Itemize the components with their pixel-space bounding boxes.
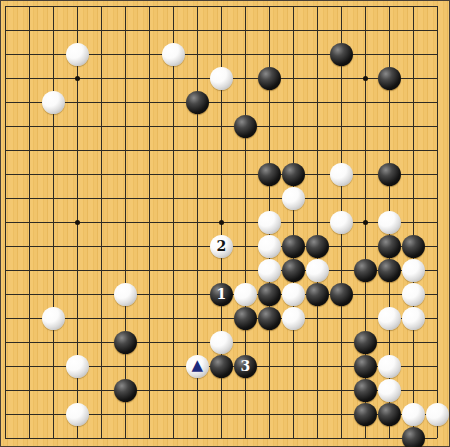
- grid-line-vertical: [317, 6, 318, 439]
- stone-black[interactable]: [114, 331, 137, 354]
- stone-black[interactable]: [234, 115, 257, 138]
- stone-white[interactable]: [258, 235, 281, 258]
- stone-white[interactable]: [66, 43, 89, 66]
- move-number-label: 3: [240, 359, 250, 373]
- stone-black[interactable]: [114, 379, 137, 402]
- star-point: [363, 220, 368, 225]
- stone-white[interactable]: [114, 283, 137, 306]
- star-point: [363, 76, 368, 81]
- stone-black[interactable]: 1: [210, 283, 233, 306]
- stone-black[interactable]: [378, 67, 401, 90]
- stone-white[interactable]: [210, 331, 233, 354]
- stone-black[interactable]: [282, 235, 305, 258]
- go-app-window: 21▲3: [0, 0, 450, 447]
- stone-white[interactable]: [426, 403, 449, 426]
- stone-black[interactable]: [402, 427, 425, 447]
- stone-white[interactable]: [234, 283, 257, 306]
- star-point: [75, 220, 80, 225]
- stone-white[interactable]: [402, 307, 425, 330]
- move-number-label: 2: [216, 239, 226, 253]
- stone-white[interactable]: [210, 67, 233, 90]
- stone-white[interactable]: [402, 259, 425, 282]
- stone-white[interactable]: [258, 259, 281, 282]
- stone-white[interactable]: [402, 403, 425, 426]
- stone-black[interactable]: [306, 283, 329, 306]
- stone-white[interactable]: 2: [210, 235, 233, 258]
- stone-black[interactable]: [210, 355, 233, 378]
- stone-black[interactable]: [330, 43, 353, 66]
- stone-black[interactable]: [330, 283, 353, 306]
- stone-white[interactable]: [282, 187, 305, 210]
- stone-black[interactable]: [282, 163, 305, 186]
- star-point: [219, 220, 224, 225]
- stone-black[interactable]: [354, 331, 377, 354]
- stone-black[interactable]: [378, 163, 401, 186]
- stone-black[interactable]: [402, 235, 425, 258]
- stone-white[interactable]: [378, 211, 401, 234]
- stone-black[interactable]: [354, 403, 377, 426]
- stone-black[interactable]: [258, 163, 281, 186]
- triangle-marker-icon: ▲: [191, 358, 203, 373]
- grid-line-horizontal: [5, 438, 438, 439]
- stone-white[interactable]: [330, 211, 353, 234]
- stone-white[interactable]: [42, 307, 65, 330]
- stone-black[interactable]: 3: [234, 355, 257, 378]
- stone-black[interactable]: [378, 235, 401, 258]
- grid-line-vertical: [437, 6, 438, 439]
- stone-white[interactable]: [306, 259, 329, 282]
- grid-line-vertical: [293, 6, 294, 439]
- stone-black[interactable]: [354, 259, 377, 282]
- stone-white[interactable]: [162, 43, 185, 66]
- move-number-label: 1: [216, 287, 226, 301]
- stone-white[interactable]: [66, 355, 89, 378]
- stone-white[interactable]: ▲: [186, 355, 209, 378]
- go-board[interactable]: 21▲3: [0, 0, 450, 447]
- stone-black[interactable]: [354, 355, 377, 378]
- stone-black[interactable]: [306, 235, 329, 258]
- grid-line-horizontal: [5, 318, 438, 319]
- star-point: [75, 76, 80, 81]
- stone-black[interactable]: [234, 307, 257, 330]
- stone-white[interactable]: [258, 211, 281, 234]
- stone-black[interactable]: [378, 403, 401, 426]
- stone-black[interactable]: [282, 259, 305, 282]
- stone-white[interactable]: [378, 307, 401, 330]
- stone-white[interactable]: [330, 163, 353, 186]
- stone-black[interactable]: [354, 379, 377, 402]
- grid-line-vertical: [413, 6, 414, 439]
- stone-white[interactable]: [282, 283, 305, 306]
- stone-white[interactable]: [42, 91, 65, 114]
- stone-white[interactable]: [378, 379, 401, 402]
- stone-black[interactable]: [378, 259, 401, 282]
- stone-black[interactable]: [258, 67, 281, 90]
- stone-black[interactable]: [186, 91, 209, 114]
- stone-white[interactable]: [402, 283, 425, 306]
- stone-white[interactable]: [66, 403, 89, 426]
- stone-black[interactable]: [258, 283, 281, 306]
- stone-black[interactable]: [258, 307, 281, 330]
- stone-white[interactable]: [282, 307, 305, 330]
- stone-white[interactable]: [378, 355, 401, 378]
